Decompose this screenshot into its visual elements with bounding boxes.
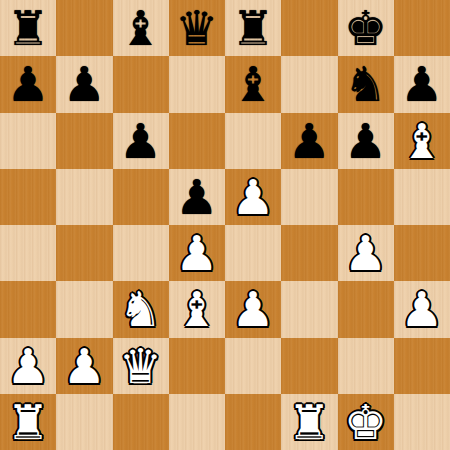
piece-black-bishop[interactable]: ♝ bbox=[119, 0, 162, 56]
piece-black-rook[interactable]: ♜ bbox=[7, 0, 50, 56]
square-b7[interactable]: ♟ bbox=[56, 56, 112, 112]
square-b2[interactable]: ♟ bbox=[56, 338, 112, 394]
square-g8[interactable]: ♚ bbox=[338, 0, 394, 56]
square-g4[interactable]: ♟ bbox=[338, 225, 394, 281]
square-d4[interactable]: ♟ bbox=[169, 225, 225, 281]
piece-black-pawn[interactable]: ♟ bbox=[63, 56, 106, 112]
square-g6[interactable]: ♟ bbox=[338, 113, 394, 169]
piece-white-queen[interactable]: ♛ bbox=[119, 338, 162, 394]
square-a7[interactable]: ♟ bbox=[0, 56, 56, 112]
square-e5[interactable]: ♟ bbox=[225, 169, 281, 225]
square-b4[interactable] bbox=[56, 225, 112, 281]
square-g5[interactable] bbox=[338, 169, 394, 225]
square-d5[interactable]: ♟ bbox=[169, 169, 225, 225]
square-h8[interactable] bbox=[394, 0, 450, 56]
piece-black-pawn[interactable]: ♟ bbox=[344, 113, 387, 169]
square-b5[interactable] bbox=[56, 169, 112, 225]
square-h3[interactable]: ♟ bbox=[394, 281, 450, 337]
square-a4[interactable] bbox=[0, 225, 56, 281]
square-c2[interactable]: ♛ bbox=[113, 338, 169, 394]
piece-white-rook[interactable]: ♜ bbox=[288, 394, 331, 450]
square-f1[interactable]: ♜ bbox=[281, 394, 337, 450]
square-e7[interactable]: ♝ bbox=[225, 56, 281, 112]
piece-black-knight[interactable]: ♞ bbox=[344, 56, 387, 112]
piece-white-bishop[interactable]: ♝ bbox=[400, 113, 443, 169]
square-b3[interactable] bbox=[56, 281, 112, 337]
square-h4[interactable] bbox=[394, 225, 450, 281]
square-g2[interactable] bbox=[338, 338, 394, 394]
square-a3[interactable] bbox=[0, 281, 56, 337]
piece-black-pawn[interactable]: ♟ bbox=[175, 169, 218, 225]
square-d2[interactable] bbox=[169, 338, 225, 394]
piece-white-king[interactable]: ♚ bbox=[344, 394, 387, 450]
square-d1[interactable] bbox=[169, 394, 225, 450]
square-h6[interactable]: ♝ bbox=[394, 113, 450, 169]
square-c8[interactable]: ♝ bbox=[113, 0, 169, 56]
piece-white-pawn[interactable]: ♟ bbox=[175, 225, 218, 281]
piece-white-pawn[interactable]: ♟ bbox=[232, 281, 275, 337]
square-f2[interactable] bbox=[281, 338, 337, 394]
piece-white-pawn[interactable]: ♟ bbox=[400, 281, 443, 337]
square-d3[interactable]: ♝ bbox=[169, 281, 225, 337]
chess-board: ♜♝♛♜♚♟♟♝♞♟♟♟♟♝♟♟♟♟♞♝♟♟♟♟♛♜♜♚ bbox=[0, 0, 450, 450]
square-c4[interactable] bbox=[113, 225, 169, 281]
piece-white-pawn[interactable]: ♟ bbox=[7, 338, 50, 394]
piece-white-pawn[interactable]: ♟ bbox=[344, 225, 387, 281]
square-d6[interactable] bbox=[169, 113, 225, 169]
square-e4[interactable] bbox=[225, 225, 281, 281]
square-b8[interactable] bbox=[56, 0, 112, 56]
piece-white-pawn[interactable]: ♟ bbox=[63, 338, 106, 394]
piece-white-rook[interactable]: ♜ bbox=[7, 394, 50, 450]
square-c3[interactable]: ♞ bbox=[113, 281, 169, 337]
square-b1[interactable] bbox=[56, 394, 112, 450]
square-c6[interactable]: ♟ bbox=[113, 113, 169, 169]
square-g7[interactable]: ♞ bbox=[338, 56, 394, 112]
square-a2[interactable]: ♟ bbox=[0, 338, 56, 394]
square-a1[interactable]: ♜ bbox=[0, 394, 56, 450]
piece-black-pawn[interactable]: ♟ bbox=[119, 113, 162, 169]
square-e2[interactable] bbox=[225, 338, 281, 394]
square-h7[interactable]: ♟ bbox=[394, 56, 450, 112]
piece-black-bishop[interactable]: ♝ bbox=[232, 56, 275, 112]
piece-white-bishop[interactable]: ♝ bbox=[175, 281, 218, 337]
square-b6[interactable] bbox=[56, 113, 112, 169]
piece-black-king[interactable]: ♚ bbox=[344, 0, 387, 56]
piece-black-pawn[interactable]: ♟ bbox=[400, 56, 443, 112]
square-d8[interactable]: ♛ bbox=[169, 0, 225, 56]
piece-black-pawn[interactable]: ♟ bbox=[7, 56, 50, 112]
square-h5[interactable] bbox=[394, 169, 450, 225]
square-a8[interactable]: ♜ bbox=[0, 0, 56, 56]
square-c7[interactable] bbox=[113, 56, 169, 112]
square-f5[interactable] bbox=[281, 169, 337, 225]
square-d7[interactable] bbox=[169, 56, 225, 112]
square-a5[interactable] bbox=[0, 169, 56, 225]
square-e3[interactable]: ♟ bbox=[225, 281, 281, 337]
square-c1[interactable] bbox=[113, 394, 169, 450]
square-f3[interactable] bbox=[281, 281, 337, 337]
piece-black-pawn[interactable]: ♟ bbox=[288, 113, 331, 169]
piece-black-rook[interactable]: ♜ bbox=[232, 0, 275, 56]
square-f7[interactable] bbox=[281, 56, 337, 112]
square-f6[interactable]: ♟ bbox=[281, 113, 337, 169]
square-c5[interactable] bbox=[113, 169, 169, 225]
piece-white-pawn[interactable]: ♟ bbox=[232, 169, 275, 225]
piece-white-knight[interactable]: ♞ bbox=[119, 281, 162, 337]
square-a6[interactable] bbox=[0, 113, 56, 169]
square-f4[interactable] bbox=[281, 225, 337, 281]
square-f8[interactable] bbox=[281, 0, 337, 56]
square-e6[interactable] bbox=[225, 113, 281, 169]
square-g1[interactable]: ♚ bbox=[338, 394, 394, 450]
square-e8[interactable]: ♜ bbox=[225, 0, 281, 56]
piece-black-queen[interactable]: ♛ bbox=[175, 0, 218, 56]
square-h2[interactable] bbox=[394, 338, 450, 394]
square-g3[interactable] bbox=[338, 281, 394, 337]
square-h1[interactable] bbox=[394, 394, 450, 450]
square-e1[interactable] bbox=[225, 394, 281, 450]
